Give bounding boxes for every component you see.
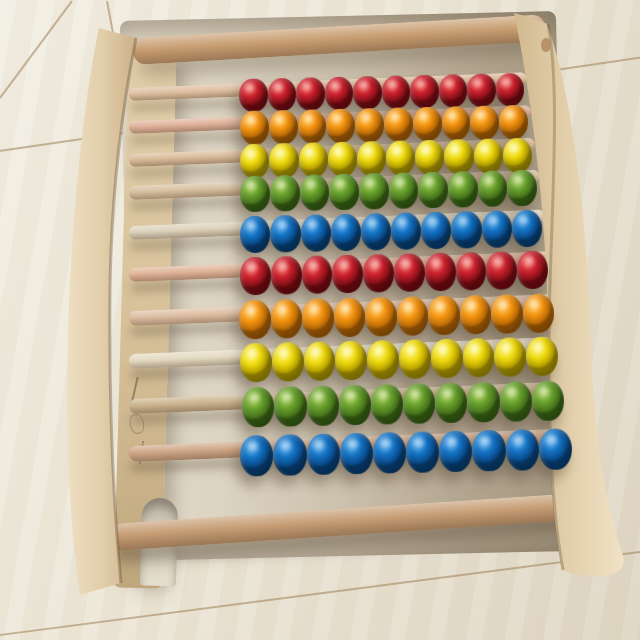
- bead-blue[interactable]: [391, 212, 422, 250]
- bead-yellow[interactable]: [335, 340, 368, 380]
- bead-blue[interactable]: [240, 215, 271, 253]
- bead-green[interactable]: [306, 385, 339, 426]
- bead-green[interactable]: [274, 386, 307, 427]
- bead-yellow[interactable]: [303, 341, 336, 381]
- bead-row-9-green: [240, 380, 565, 427]
- bead-yellow[interactable]: [298, 142, 328, 178]
- bead-orange[interactable]: [470, 105, 500, 140]
- bead-yellow[interactable]: [269, 142, 299, 178]
- abacus: [0, 0, 640, 640]
- bead-red[interactable]: [381, 75, 410, 109]
- bead-red[interactable]: [301, 255, 333, 294]
- bead-orange[interactable]: [459, 295, 491, 334]
- bead-green[interactable]: [388, 172, 418, 209]
- bead-orange[interactable]: [355, 108, 385, 143]
- bead-orange[interactable]: [302, 298, 334, 337]
- bead-orange[interactable]: [499, 105, 529, 140]
- bead-yellow[interactable]: [386, 140, 416, 176]
- bead-blue[interactable]: [330, 213, 361, 251]
- bead-yellow[interactable]: [327, 141, 357, 177]
- bead-green[interactable]: [435, 383, 468, 424]
- bead-orange[interactable]: [491, 294, 523, 333]
- bead-yellow[interactable]: [415, 139, 445, 175]
- bead-yellow[interactable]: [462, 337, 495, 377]
- bead-red[interactable]: [239, 78, 268, 112]
- bead-yellow[interactable]: [399, 339, 432, 379]
- bead-green[interactable]: [403, 383, 436, 424]
- bead-orange[interactable]: [240, 110, 270, 145]
- bead-red[interactable]: [270, 256, 302, 295]
- bead-yellow[interactable]: [356, 140, 386, 176]
- bead-blue[interactable]: [451, 211, 482, 249]
- bead-red[interactable]: [455, 252, 487, 291]
- bead-blue[interactable]: [421, 211, 452, 249]
- bead-blue[interactable]: [406, 431, 440, 473]
- bead-green[interactable]: [418, 172, 448, 209]
- bead-green[interactable]: [242, 387, 275, 428]
- bead-row-8-yellow: [238, 336, 559, 382]
- bead-orange[interactable]: [270, 299, 302, 338]
- bead-green[interactable]: [338, 385, 371, 426]
- bead-red[interactable]: [410, 74, 439, 108]
- wood-knot: [541, 38, 551, 52]
- bead-yellow[interactable]: [494, 337, 527, 377]
- bead-yellow[interactable]: [367, 339, 400, 379]
- bead-orange[interactable]: [326, 109, 356, 144]
- bead-red[interactable]: [438, 74, 467, 108]
- bead-yellow[interactable]: [240, 342, 273, 382]
- bead-orange[interactable]: [297, 109, 327, 144]
- bead-green[interactable]: [448, 171, 478, 208]
- bead-orange[interactable]: [412, 107, 442, 142]
- bead-orange[interactable]: [268, 110, 298, 145]
- bead-red[interactable]: [353, 75, 382, 109]
- bead-green[interactable]: [499, 381, 532, 422]
- bead-yellow[interactable]: [473, 138, 503, 174]
- bead-orange[interactable]: [384, 107, 414, 142]
- bead-orange[interactable]: [522, 293, 554, 332]
- bead-red[interactable]: [394, 253, 426, 292]
- bead-yellow[interactable]: [240, 143, 270, 179]
- bead-row-5-blue: [238, 209, 543, 253]
- bead-red[interactable]: [332, 255, 364, 294]
- bead-blue[interactable]: [481, 210, 512, 248]
- bead-row-6-red: [238, 251, 549, 296]
- bead-orange[interactable]: [396, 296, 428, 335]
- bead-green[interactable]: [240, 176, 270, 213]
- bead-blue[interactable]: [538, 428, 572, 470]
- bead-blue[interactable]: [300, 214, 331, 252]
- bead-green[interactable]: [358, 173, 388, 210]
- bead-red[interactable]: [424, 253, 456, 292]
- bead-green[interactable]: [269, 175, 299, 212]
- bead-green[interactable]: [477, 170, 507, 207]
- bead-blue[interactable]: [339, 432, 373, 474]
- left-rail: [67, 28, 136, 595]
- bead-row-10-blue: [238, 428, 573, 476]
- bead-blue[interactable]: [240, 434, 274, 476]
- photo-scene: [0, 0, 640, 640]
- bead-yellow[interactable]: [526, 336, 559, 376]
- bead-blue[interactable]: [505, 429, 539, 471]
- bead-red[interactable]: [296, 77, 325, 111]
- bead-red[interactable]: [363, 254, 395, 293]
- bead-blue[interactable]: [439, 430, 473, 472]
- bead-red[interactable]: [324, 76, 353, 110]
- bead-yellow[interactable]: [271, 342, 304, 382]
- bead-green[interactable]: [370, 384, 403, 425]
- bead-red[interactable]: [240, 257, 272, 296]
- bead-row-7-orange: [237, 293, 555, 338]
- bead-row-4-green: [238, 170, 538, 213]
- bead-green[interactable]: [467, 382, 500, 423]
- bead-red[interactable]: [495, 72, 524, 106]
- bead-blue[interactable]: [360, 212, 391, 250]
- bead-red[interactable]: [517, 251, 549, 290]
- bead-red[interactable]: [467, 73, 496, 107]
- bead-blue[interactable]: [273, 434, 307, 476]
- bead-orange[interactable]: [365, 297, 397, 336]
- bead-orange[interactable]: [239, 299, 271, 338]
- bead-red[interactable]: [486, 251, 518, 290]
- bead-orange[interactable]: [428, 295, 460, 334]
- bead-blue[interactable]: [306, 433, 340, 475]
- bead-blue[interactable]: [270, 214, 301, 252]
- bead-blue[interactable]: [372, 431, 406, 473]
- bead-green[interactable]: [507, 170, 537, 207]
- bead-green[interactable]: [299, 174, 329, 211]
- bead-blue[interactable]: [472, 429, 506, 471]
- bead-green[interactable]: [329, 174, 359, 211]
- bead-orange[interactable]: [441, 106, 471, 141]
- bead-yellow[interactable]: [430, 338, 463, 378]
- bead-orange[interactable]: [333, 297, 365, 336]
- bead-blue[interactable]: [511, 209, 542, 247]
- bead-green[interactable]: [531, 380, 564, 421]
- bead-yellow[interactable]: [444, 139, 474, 175]
- bead-yellow[interactable]: [502, 137, 532, 173]
- bead-red[interactable]: [267, 77, 296, 111]
